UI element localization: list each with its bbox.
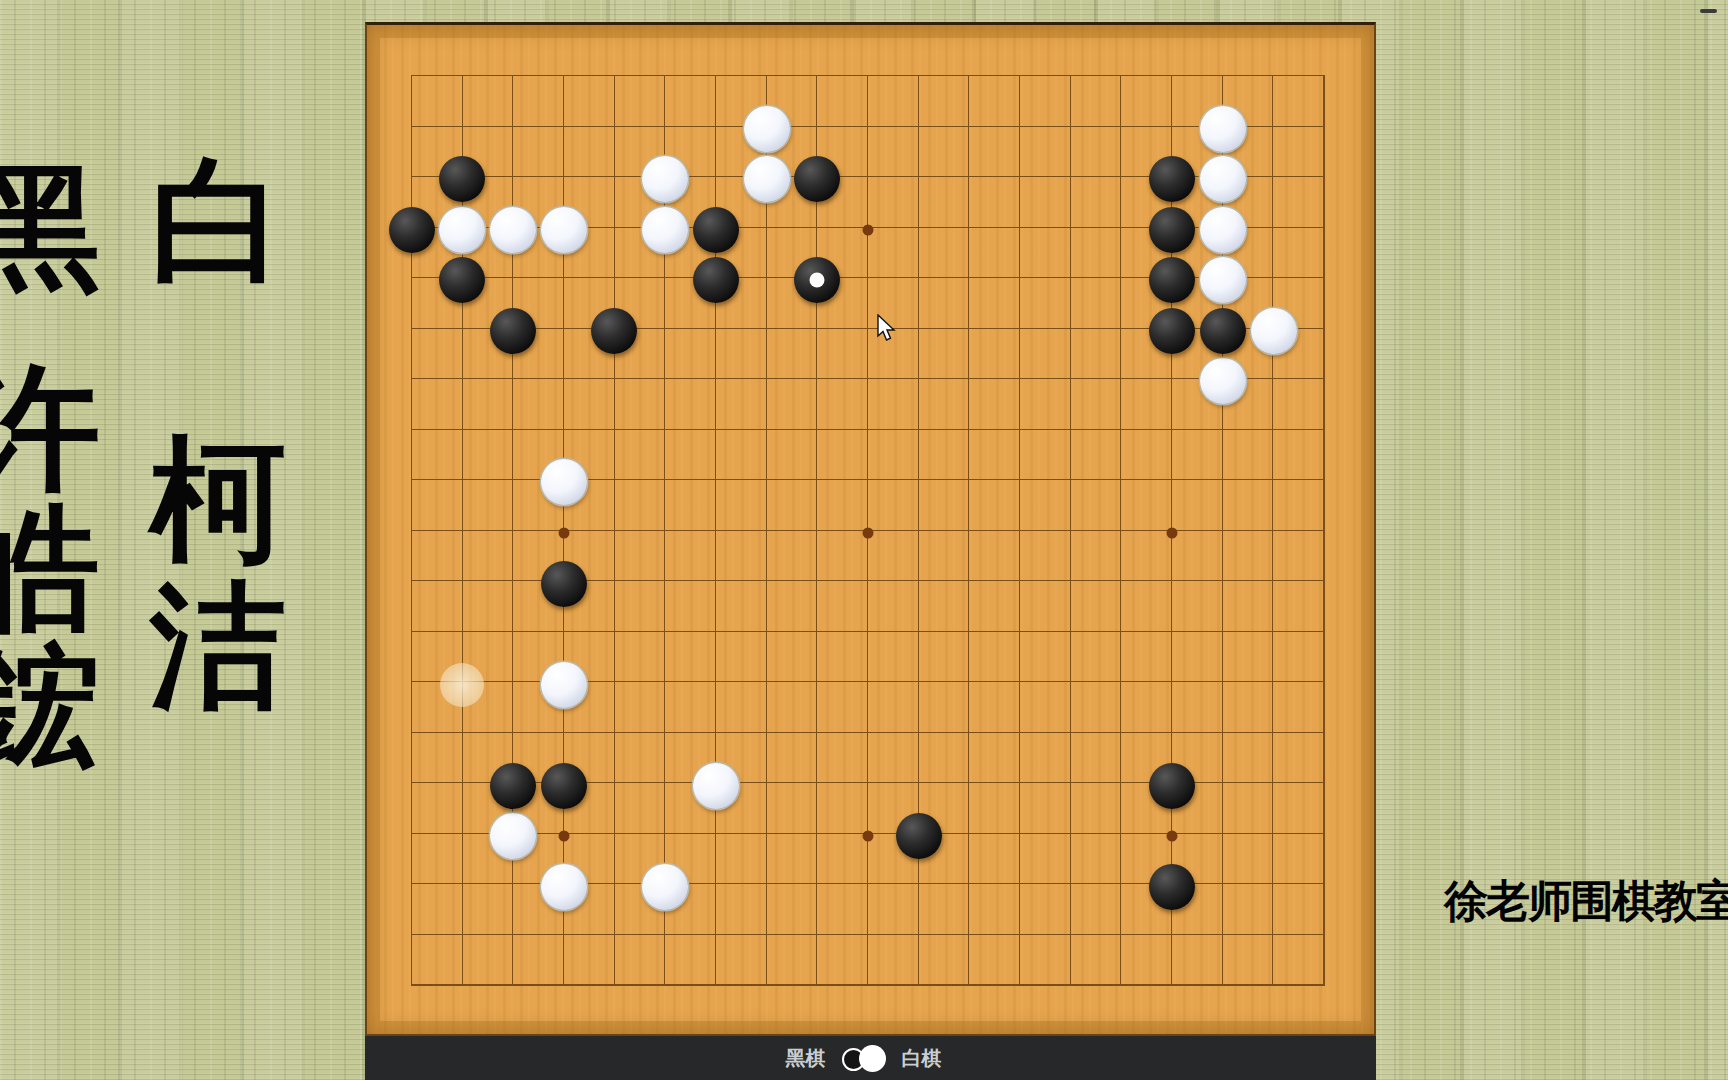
- board-cell: [1019, 378, 1070, 429]
- board-cell: [1272, 479, 1323, 530]
- board-cell: [1272, 176, 1323, 227]
- board-cell: [664, 530, 715, 581]
- white-stone: [693, 763, 739, 809]
- board-cell: [968, 580, 1019, 631]
- board-cell: [816, 782, 867, 833]
- board-cell: [918, 227, 969, 278]
- board-cell: [918, 883, 969, 934]
- board-cell: [715, 681, 766, 732]
- go-board[interactable]: [365, 22, 1376, 1036]
- board-cell: [614, 631, 665, 682]
- board-cell: [411, 833, 462, 884]
- board-cell: [918, 126, 969, 177]
- board-cell: [816, 883, 867, 934]
- board-cell: [918, 934, 969, 985]
- board-cell: [968, 681, 1019, 732]
- black-stone: [591, 308, 637, 354]
- board-cell: [1019, 883, 1070, 934]
- white-stone: [642, 864, 688, 910]
- star-point: [862, 224, 873, 235]
- board-cell: [614, 75, 665, 126]
- board-cell: [614, 782, 665, 833]
- board-cell: [1272, 580, 1323, 631]
- white-stone: [439, 207, 485, 253]
- board-cell: [1019, 126, 1070, 177]
- board-cell: [614, 479, 665, 530]
- toggle-white-label[interactable]: 白棋: [902, 1045, 942, 1072]
- board-cell: [614, 429, 665, 480]
- black-stone: [439, 156, 485, 202]
- star-point: [558, 527, 569, 538]
- board-cell: [512, 126, 563, 177]
- board-cell: [411, 479, 462, 530]
- board-cell: [867, 126, 918, 177]
- board-cell: [1019, 833, 1070, 884]
- black-player-label: 黑: [0, 160, 102, 296]
- board-cell: [1272, 378, 1323, 429]
- white-stone: [744, 106, 790, 152]
- board-cell: [1272, 75, 1323, 126]
- board-cell: [1171, 631, 1222, 682]
- board-cell: [968, 176, 1019, 227]
- board-cell: [816, 75, 867, 126]
- board-cell: [1272, 934, 1323, 985]
- board-cell: [563, 934, 614, 985]
- board-cell: [1019, 732, 1070, 783]
- board-cell: [512, 934, 563, 985]
- board-cell: [968, 631, 1019, 682]
- board-cell: [918, 681, 969, 732]
- board-cell: [766, 934, 817, 985]
- black-stone: [794, 156, 840, 202]
- board-cell: [715, 580, 766, 631]
- board-cell: [816, 530, 867, 581]
- white-stone-icon: [859, 1045, 886, 1072]
- board-cell: [1272, 631, 1323, 682]
- board-cell: [766, 530, 817, 581]
- board-cell: [968, 75, 1019, 126]
- white-player-label: 白: [148, 153, 288, 289]
- white-stone: [541, 662, 587, 708]
- board-cell: [1070, 631, 1121, 682]
- white-stone: [490, 207, 536, 253]
- board-cell: [1070, 126, 1121, 177]
- minimize-icon[interactable]: [1700, 9, 1717, 13]
- black-stone: [1149, 257, 1195, 303]
- board-cell: [766, 782, 817, 833]
- board-cell: [918, 75, 969, 126]
- board-cell: [715, 429, 766, 480]
- board-cell: [1272, 883, 1323, 934]
- white-stone: [1200, 257, 1246, 303]
- board-cell: [766, 883, 817, 934]
- black-stone: [389, 207, 435, 253]
- white-stone: [1251, 308, 1297, 354]
- board-cell: [867, 681, 918, 732]
- board-cell: [715, 883, 766, 934]
- board-cell: [1120, 530, 1171, 581]
- toggle-black-label[interactable]: 黑棋: [786, 1045, 826, 1072]
- board-cell: [1120, 580, 1171, 631]
- board-cell: [1070, 782, 1121, 833]
- watermark-text: 徐老师围棋教室: [1444, 872, 1728, 931]
- board-cell: [1120, 479, 1171, 530]
- board-cell: [462, 580, 513, 631]
- board-cell: [766, 681, 817, 732]
- board-cell: [816, 479, 867, 530]
- board-cell: [715, 378, 766, 429]
- black-stone: [1149, 308, 1195, 354]
- board-cell: [867, 580, 918, 631]
- board-cell: [1272, 833, 1323, 884]
- board-cell: [1120, 75, 1171, 126]
- board-cell: [766, 833, 817, 884]
- white-stone: [541, 207, 587, 253]
- board-cell: [1019, 782, 1070, 833]
- board-cell: [968, 479, 1019, 530]
- board-cell: [766, 328, 817, 379]
- black-stone: [1149, 156, 1195, 202]
- board-cell: [867, 883, 918, 934]
- board-cell: [664, 328, 715, 379]
- board-cell: [918, 530, 969, 581]
- board-cell: [867, 429, 918, 480]
- board-cell: [1019, 580, 1070, 631]
- star-point: [862, 527, 873, 538]
- board-cell: [512, 378, 563, 429]
- star-point: [1167, 527, 1178, 538]
- white-stone: [744, 156, 790, 202]
- board-cell: [1222, 631, 1273, 682]
- board-cell: [715, 833, 766, 884]
- board-cell: [918, 580, 969, 631]
- board-cell: [816, 732, 867, 783]
- board-cell: [918, 378, 969, 429]
- board-cell: [1070, 681, 1121, 732]
- black-stone: [1149, 864, 1195, 910]
- black-stone: [794, 257, 840, 303]
- board-cell: [867, 227, 918, 278]
- board-cell: [1222, 833, 1273, 884]
- board-cell: [411, 732, 462, 783]
- board-cell: [1222, 429, 1273, 480]
- board-cell: [411, 378, 462, 429]
- board-cell: [968, 732, 1019, 783]
- board-cell: [462, 883, 513, 934]
- board-cell: [1070, 530, 1121, 581]
- board-cell: [816, 580, 867, 631]
- board-cell: [1272, 732, 1323, 783]
- board-cell: [614, 732, 665, 783]
- board-cell: [411, 883, 462, 934]
- board-cell: [968, 328, 1019, 379]
- board-cell: [816, 328, 867, 379]
- black-stone: [490, 763, 536, 809]
- board-cell: [715, 328, 766, 379]
- board-cell: [715, 530, 766, 581]
- board-cell: [512, 75, 563, 126]
- board-cell: [1070, 176, 1121, 227]
- board-cell: [1019, 328, 1070, 379]
- board-cell: [867, 75, 918, 126]
- bottom-bar: 黑棋 白棋: [365, 1036, 1376, 1080]
- board-cell: [766, 732, 817, 783]
- board-cell: [664, 580, 715, 631]
- board-cell: [1171, 429, 1222, 480]
- star-point: [558, 831, 569, 842]
- board-cell: [1019, 176, 1070, 227]
- board-cell: [411, 75, 462, 126]
- white-stone: [642, 156, 688, 202]
- board-cell: [664, 479, 715, 530]
- board-cell: [614, 530, 665, 581]
- white-player-name-char-2: 洁: [148, 578, 288, 714]
- board-cell: [1019, 934, 1070, 985]
- board-cell: [1019, 681, 1070, 732]
- black-player-name-char-2: 皓: [0, 500, 102, 636]
- board-cell: [816, 833, 867, 884]
- board-cell: [1272, 782, 1323, 833]
- board-cell: [411, 530, 462, 581]
- board-cell: [1070, 429, 1121, 480]
- board-cell: [766, 378, 817, 429]
- board-cell: [918, 176, 969, 227]
- stone-color-toggle[interactable]: 黑棋 白棋: [786, 1044, 942, 1072]
- white-stone: [1200, 358, 1246, 404]
- board-cell: [867, 530, 918, 581]
- board-cell: [766, 429, 817, 480]
- board-cell: [1222, 479, 1273, 530]
- board-cell: [1120, 631, 1171, 682]
- board-cell: [918, 429, 969, 480]
- board-cell: [968, 782, 1019, 833]
- white-stone: [541, 459, 587, 505]
- board-cell: [968, 126, 1019, 177]
- board-cell: [462, 429, 513, 480]
- board-cell: [563, 378, 614, 429]
- board-cell: [766, 580, 817, 631]
- board-cell: [411, 580, 462, 631]
- board-cell: [1070, 378, 1121, 429]
- black-stone: [541, 763, 587, 809]
- board-cell: [1070, 833, 1121, 884]
- board-cell: [918, 277, 969, 328]
- board-cell: [1070, 732, 1121, 783]
- board-cell: [1171, 681, 1222, 732]
- board-cell: [1171, 934, 1222, 985]
- board-cell: [1070, 479, 1121, 530]
- board-cell: [1070, 883, 1121, 934]
- board-cell: [1019, 631, 1070, 682]
- board-cell: [1070, 227, 1121, 278]
- board-cell: [968, 934, 1019, 985]
- board-cell: [867, 631, 918, 682]
- board-cell: [918, 328, 969, 379]
- board-cell: [968, 378, 1019, 429]
- board-cell: [1019, 479, 1070, 530]
- board-cell: [816, 378, 867, 429]
- board-cell: [1070, 328, 1121, 379]
- board-cell: [664, 378, 715, 429]
- mouse-cursor-icon: [876, 314, 898, 344]
- board-cell: [411, 429, 462, 480]
- board-cell: [1120, 934, 1171, 985]
- board-cell: [968, 277, 1019, 328]
- board-cell: [411, 934, 462, 985]
- board-cell: [1222, 782, 1273, 833]
- board-cell: [918, 631, 969, 682]
- board-cell: [664, 681, 715, 732]
- board-cell: [715, 479, 766, 530]
- board-cell: [968, 429, 1019, 480]
- board-cell: [918, 479, 969, 530]
- board-cell: [1222, 681, 1273, 732]
- board-cell: [1222, 883, 1273, 934]
- board-cell: [1222, 530, 1273, 581]
- board-cell: [867, 176, 918, 227]
- board-cell: [664, 75, 715, 126]
- board-cell: [968, 883, 1019, 934]
- board-cell: [1272, 227, 1323, 278]
- board-cell: [1171, 479, 1222, 530]
- board-cell: [1070, 580, 1121, 631]
- board-cell: [715, 631, 766, 682]
- screen: { "game": {"name": "Go (weiqi)", "board_…: [0, 0, 1728, 1080]
- white-stone: [1200, 106, 1246, 152]
- board-cell: [1120, 681, 1171, 732]
- board-cell: [816, 681, 867, 732]
- black-player-name-char-3: 鋐: [0, 640, 102, 776]
- white-stone: [541, 864, 587, 910]
- board-cell: [462, 934, 513, 985]
- board-cell: [816, 934, 867, 985]
- board-cell: [1070, 277, 1121, 328]
- board-cell: [1222, 580, 1273, 631]
- board-cell: [664, 429, 715, 480]
- black-stone: [1149, 207, 1195, 253]
- board-cell: [1272, 429, 1323, 480]
- board-cell: [462, 378, 513, 429]
- board-cell: [1222, 732, 1273, 783]
- board-cell: [1019, 277, 1070, 328]
- board-cell: [614, 378, 665, 429]
- board-cell: [715, 934, 766, 985]
- board-cell: [664, 934, 715, 985]
- board-cell: [1222, 934, 1273, 985]
- board-cell: [1272, 530, 1323, 581]
- board-cell: [867, 378, 918, 429]
- board-cell: [462, 479, 513, 530]
- board-cell: [1070, 934, 1121, 985]
- board-cell: [1171, 580, 1222, 631]
- board-cell: [563, 75, 614, 126]
- board-cell: [918, 732, 969, 783]
- board-cell: [664, 631, 715, 682]
- board-cell: [1019, 227, 1070, 278]
- last-move-marker: [810, 273, 825, 288]
- white-stone: [1200, 207, 1246, 253]
- board-cell: [462, 75, 513, 126]
- white-stone: [642, 207, 688, 253]
- board-cell: [816, 429, 867, 480]
- star-point: [1167, 831, 1178, 842]
- black-stone: [693, 207, 739, 253]
- white-player-name-char-1: 柯: [148, 432, 288, 568]
- star-point: [862, 831, 873, 842]
- board-cell: [968, 833, 1019, 884]
- board-cell: [1019, 530, 1070, 581]
- black-stone: [541, 561, 587, 607]
- board-cell: [1272, 126, 1323, 177]
- board-cell: [816, 631, 867, 682]
- board-cell: [1070, 75, 1121, 126]
- board-cell: [1120, 429, 1171, 480]
- white-stone: [1200, 156, 1246, 202]
- black-stone: [1149, 763, 1195, 809]
- board-cell: [867, 732, 918, 783]
- black-stone: [896, 813, 942, 859]
- ghost-stone-preview: [440, 663, 484, 707]
- black-stone: [439, 257, 485, 303]
- board-cell: [968, 227, 1019, 278]
- black-stone: [490, 308, 536, 354]
- board-cell: [563, 126, 614, 177]
- black-stone: [693, 257, 739, 303]
- white-stone: [490, 813, 536, 859]
- board-cell: [1272, 681, 1323, 732]
- board-cell: [766, 631, 817, 682]
- stone-toggle-icon[interactable]: [842, 1044, 886, 1072]
- board-cell: [614, 934, 665, 985]
- black-stone: [1200, 308, 1246, 354]
- board-cell: [867, 479, 918, 530]
- black-player-name-char-1: 许: [0, 360, 102, 496]
- board-cell: [1019, 75, 1070, 126]
- board-cell: [614, 681, 665, 732]
- board-cell: [411, 328, 462, 379]
- board-cell: [1019, 429, 1070, 480]
- board-cell: [867, 934, 918, 985]
- board-cell: [614, 580, 665, 631]
- board-cell: [766, 479, 817, 530]
- board-cell: [1120, 378, 1171, 429]
- board-cell: [1171, 530, 1222, 581]
- board-cell: [462, 530, 513, 581]
- board-cell: [411, 782, 462, 833]
- board-cell: [968, 530, 1019, 581]
